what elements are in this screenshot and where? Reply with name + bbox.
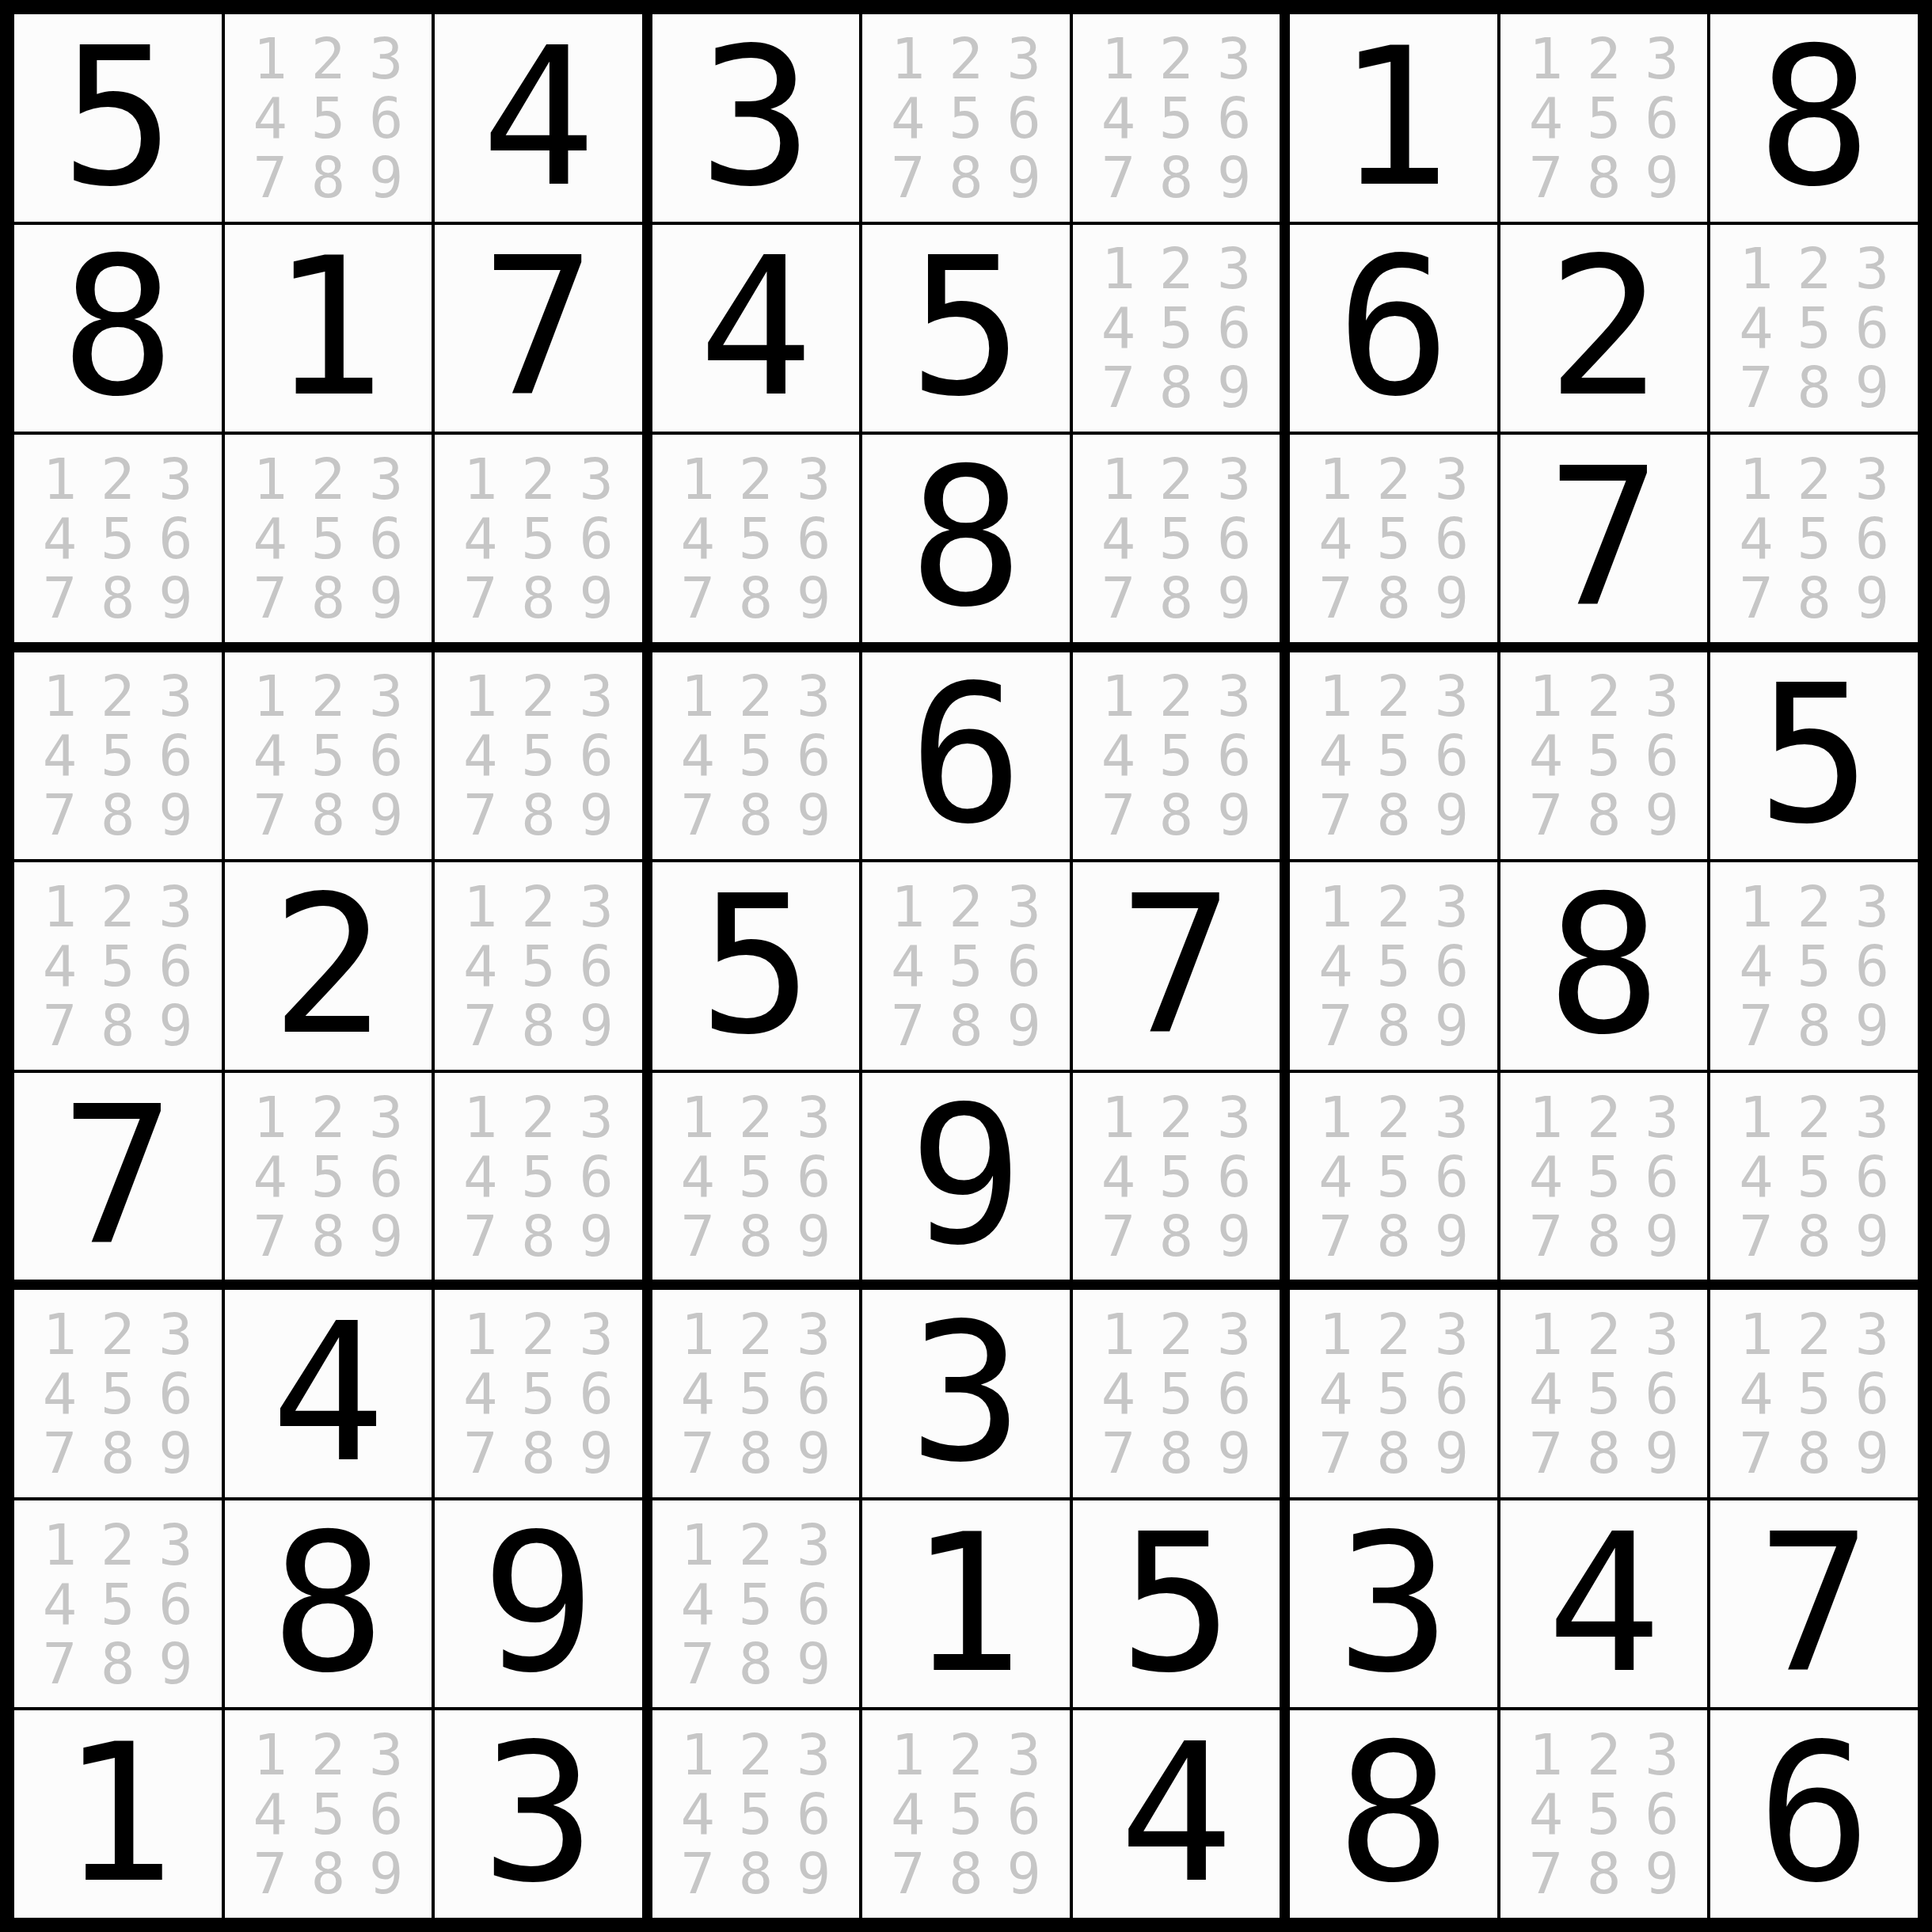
pencil-mark-2: 2 bbox=[727, 1515, 785, 1574]
cell-r6c1[interactable]: 7 bbox=[14, 1073, 222, 1280]
pencil-mark-9: 9 bbox=[785, 1424, 842, 1483]
given-digit: 5 bbox=[698, 871, 813, 1061]
pencil-marks: 123456789 bbox=[435, 1073, 642, 1280]
pencil-mark-2: 2 bbox=[299, 1725, 357, 1785]
pencil-mark-7: 7 bbox=[1517, 1206, 1575, 1265]
pencil-mark-9: 9 bbox=[1205, 358, 1263, 417]
pencil-mark-2: 2 bbox=[89, 1305, 146, 1364]
cell-r2c9[interactable]: 123456789 bbox=[1710, 225, 1918, 432]
pencil-marks: 123456789 bbox=[1073, 1073, 1280, 1280]
pencil-mark-4: 4 bbox=[669, 1785, 727, 1844]
pencil-marks: 123456789 bbox=[225, 652, 432, 860]
pencil-mark-4: 4 bbox=[1517, 1785, 1575, 1844]
pencil-mark-1: 1 bbox=[241, 667, 299, 726]
cell-r6c3[interactable]: 123456789 bbox=[435, 1073, 642, 1280]
pencil-mark-1: 1 bbox=[1727, 239, 1785, 299]
pencil-mark-3: 3 bbox=[995, 877, 1053, 937]
pencil-mark-1: 1 bbox=[1517, 667, 1575, 726]
cell-r6c4[interactable]: 123456789 bbox=[652, 1073, 860, 1280]
pencil-mark-4: 4 bbox=[1517, 88, 1575, 147]
pencil-mark-5: 5 bbox=[1575, 726, 1633, 785]
cell-r8c6[interactable]: 5 bbox=[1073, 1500, 1280, 1708]
pencil-mark-6: 6 bbox=[1633, 1364, 1690, 1424]
pencil-mark-4: 4 bbox=[241, 1785, 299, 1844]
cell-r5c6[interactable]: 7 bbox=[1073, 862, 1280, 1070]
pencil-mark-5: 5 bbox=[727, 1364, 785, 1424]
pencil-mark-1: 1 bbox=[1090, 239, 1147, 299]
pencil-mark-1: 1 bbox=[879, 1725, 937, 1785]
pencil-mark-2: 2 bbox=[89, 449, 146, 508]
given-digit: 2 bbox=[271, 871, 386, 1061]
pencil-mark-5: 5 bbox=[1147, 1147, 1205, 1206]
pencil-mark-6: 6 bbox=[357, 726, 415, 785]
pencil-mark-8: 8 bbox=[1147, 785, 1205, 845]
cell-r2c4[interactable]: 4 bbox=[652, 225, 860, 432]
cell-r6c9[interactable]: 123456789 bbox=[1710, 1073, 1918, 1280]
cell-r5c4[interactable]: 5 bbox=[652, 862, 860, 1070]
pencil-marks: 123456789 bbox=[1500, 1073, 1708, 1280]
pencil-mark-3: 3 bbox=[146, 449, 204, 508]
pencil-mark-2: 2 bbox=[299, 449, 357, 508]
pencil-mark-6: 6 bbox=[785, 726, 842, 785]
pencil-mark-9: 9 bbox=[1205, 147, 1263, 207]
pencil-mark-2: 2 bbox=[1575, 1305, 1633, 1364]
pencil-mark-3: 3 bbox=[357, 449, 415, 508]
pencil-mark-6: 6 bbox=[1843, 936, 1901, 995]
pencil-mark-1: 1 bbox=[31, 1305, 89, 1364]
pencil-mark-5: 5 bbox=[1147, 508, 1205, 568]
cell-r9c7[interactable]: 8 bbox=[1290, 1710, 1497, 1918]
pencil-mark-8: 8 bbox=[89, 785, 146, 845]
cell-r4c6[interactable]: 123456789 bbox=[1073, 652, 1280, 860]
pencil-mark-7: 7 bbox=[1517, 1844, 1575, 1903]
cell-r6c5[interactable]: 9 bbox=[862, 1073, 1070, 1280]
pencil-mark-6: 6 bbox=[357, 88, 415, 147]
pencil-mark-8: 8 bbox=[509, 785, 567, 845]
box-1-2: 3123456789123456789451234567891234567898… bbox=[652, 14, 1280, 642]
pencil-mark-4: 4 bbox=[1090, 726, 1147, 785]
cell-r8c9[interactable]: 7 bbox=[1710, 1500, 1918, 1708]
given-digit: 3 bbox=[909, 1299, 1024, 1489]
pencil-mark-5: 5 bbox=[299, 1147, 357, 1206]
pencil-mark-6: 6 bbox=[357, 1785, 415, 1844]
pencil-mark-7: 7 bbox=[451, 1206, 509, 1265]
pencil-marks: 123456789 bbox=[862, 14, 1070, 222]
pencil-marks: 123456789 bbox=[1290, 652, 1497, 860]
pencil-mark-8: 8 bbox=[937, 147, 995, 207]
given-digit: 1 bbox=[271, 233, 386, 423]
pencil-mark-1: 1 bbox=[669, 1087, 727, 1147]
cell-r3c4[interactable]: 123456789 bbox=[652, 435, 860, 642]
pencil-mark-4: 4 bbox=[241, 88, 299, 147]
pencil-mark-4: 4 bbox=[1306, 1364, 1364, 1424]
cell-r4c4[interactable]: 123456789 bbox=[652, 652, 860, 860]
cell-r4c8[interactable]: 123456789 bbox=[1500, 652, 1708, 860]
pencil-mark-3: 3 bbox=[785, 667, 842, 726]
pencil-mark-4: 4 bbox=[1090, 508, 1147, 568]
pencil-mark-4: 4 bbox=[241, 508, 299, 568]
pencil-mark-9: 9 bbox=[1423, 995, 1481, 1055]
cell-r1c2[interactable]: 123456789 bbox=[225, 14, 432, 222]
pencil-mark-9: 9 bbox=[357, 1844, 415, 1903]
cell-r1c1[interactable]: 5 bbox=[14, 14, 222, 222]
pencil-mark-5: 5 bbox=[299, 726, 357, 785]
cell-r7c7[interactable]: 123456789 bbox=[1290, 1290, 1497, 1497]
cell-r3c2[interactable]: 123456789 bbox=[225, 435, 432, 642]
cell-r4c1[interactable]: 123456789 bbox=[14, 652, 222, 860]
cell-r3c8[interactable]: 7 bbox=[1500, 435, 1708, 642]
cell-r5c7[interactable]: 123456789 bbox=[1290, 862, 1497, 1070]
pencil-mark-9: 9 bbox=[146, 568, 204, 627]
pencil-mark-8: 8 bbox=[727, 568, 785, 627]
pencil-mark-5: 5 bbox=[937, 88, 995, 147]
pencil-mark-1: 1 bbox=[451, 449, 509, 508]
pencil-mark-4: 4 bbox=[1090, 88, 1147, 147]
cell-r8c7[interactable]: 3 bbox=[1290, 1500, 1497, 1708]
pencil-marks: 123456789 bbox=[652, 1290, 860, 1497]
cell-r7c4[interactable]: 123456789 bbox=[652, 1290, 860, 1497]
pencil-mark-4: 4 bbox=[241, 1147, 299, 1206]
pencil-mark-2: 2 bbox=[509, 877, 567, 937]
pencil-mark-7: 7 bbox=[31, 1633, 89, 1693]
cell-r7c6[interactable]: 123456789 bbox=[1073, 1290, 1280, 1497]
pencil-mark-1: 1 bbox=[1517, 29, 1575, 88]
cell-r5c8[interactable]: 8 bbox=[1500, 862, 1708, 1070]
cell-r8c8[interactable]: 4 bbox=[1500, 1500, 1708, 1708]
pencil-mark-2: 2 bbox=[89, 667, 146, 726]
pencil-mark-6: 6 bbox=[1843, 508, 1901, 568]
cell-r3c7[interactable]: 123456789 bbox=[1290, 435, 1497, 642]
pencil-mark-6: 6 bbox=[1423, 508, 1481, 568]
pencil-mark-9: 9 bbox=[1633, 147, 1690, 207]
pencil-mark-3: 3 bbox=[785, 1725, 842, 1785]
cell-r8c1[interactable]: 123456789 bbox=[14, 1500, 222, 1708]
cell-r5c9[interactable]: 123456789 bbox=[1710, 862, 1918, 1070]
pencil-mark-7: 7 bbox=[1306, 1424, 1364, 1483]
pencil-mark-1: 1 bbox=[1306, 667, 1364, 726]
pencil-mark-5: 5 bbox=[1364, 508, 1422, 568]
cell-r1c3[interactable]: 4 bbox=[435, 14, 642, 222]
pencil-mark-7: 7 bbox=[879, 995, 937, 1055]
pencil-mark-3: 3 bbox=[1423, 449, 1481, 508]
pencil-mark-9: 9 bbox=[1633, 1424, 1690, 1483]
pencil-marks: 123456789 bbox=[435, 862, 642, 1070]
pencil-mark-4: 4 bbox=[1727, 508, 1785, 568]
pencil-mark-3: 3 bbox=[1843, 877, 1901, 937]
cell-r3c3[interactable]: 123456789 bbox=[435, 435, 642, 642]
cell-r5c1[interactable]: 123456789 bbox=[14, 862, 222, 1070]
pencil-mark-9: 9 bbox=[995, 995, 1053, 1055]
pencil-mark-8: 8 bbox=[1786, 568, 1843, 627]
pencil-mark-8: 8 bbox=[1147, 1206, 1205, 1265]
pencil-mark-9: 9 bbox=[357, 785, 415, 845]
pencil-mark-7: 7 bbox=[1727, 568, 1785, 627]
cell-r6c7[interactable]: 123456789 bbox=[1290, 1073, 1497, 1280]
cell-r9c3[interactable]: 3 bbox=[435, 1710, 642, 1918]
pencil-mark-4: 4 bbox=[1727, 299, 1785, 358]
cell-r4c9[interactable]: 5 bbox=[1710, 652, 1918, 860]
cell-r2c3[interactable]: 7 bbox=[435, 225, 642, 432]
pencil-mark-6: 6 bbox=[567, 1147, 625, 1206]
pencil-mark-6: 6 bbox=[1423, 936, 1481, 995]
pencil-mark-6: 6 bbox=[1205, 88, 1263, 147]
pencil-mark-8: 8 bbox=[1147, 568, 1205, 627]
cell-r7c9[interactable]: 123456789 bbox=[1710, 1290, 1918, 1497]
pencil-mark-2: 2 bbox=[1575, 667, 1633, 726]
pencil-mark-7: 7 bbox=[1090, 358, 1147, 417]
pencil-mark-6: 6 bbox=[146, 1364, 204, 1424]
pencil-mark-8: 8 bbox=[1364, 995, 1422, 1055]
cell-r1c4[interactable]: 3 bbox=[652, 14, 860, 222]
cell-r9c6[interactable]: 4 bbox=[1073, 1710, 1280, 1918]
cell-r9c8[interactable]: 123456789 bbox=[1500, 1710, 1708, 1918]
pencil-mark-2: 2 bbox=[937, 1725, 995, 1785]
given-digit: 8 bbox=[1546, 871, 1661, 1061]
pencil-mark-3: 3 bbox=[1843, 1305, 1901, 1364]
cell-r7c2[interactable]: 4 bbox=[225, 1290, 432, 1497]
cell-r7c8[interactable]: 123456789 bbox=[1500, 1290, 1708, 1497]
pencil-mark-9: 9 bbox=[785, 785, 842, 845]
pencil-mark-8: 8 bbox=[299, 1844, 357, 1903]
pencil-mark-5: 5 bbox=[299, 508, 357, 568]
pencil-mark-4: 4 bbox=[1306, 508, 1364, 568]
pencil-mark-1: 1 bbox=[1517, 1087, 1575, 1147]
box-2-2: 1234567896123456789512345678971234567899… bbox=[652, 652, 1280, 1280]
pencil-mark-3: 3 bbox=[567, 877, 625, 937]
pencil-mark-2: 2 bbox=[1575, 1087, 1633, 1147]
cell-r7c3[interactable]: 123456789 bbox=[435, 1290, 642, 1497]
pencil-mark-3: 3 bbox=[995, 1725, 1053, 1785]
cell-r1c7[interactable]: 1 bbox=[1290, 14, 1497, 222]
pencil-mark-6: 6 bbox=[1423, 726, 1481, 785]
pencil-mark-6: 6 bbox=[146, 1574, 204, 1633]
pencil-mark-1: 1 bbox=[451, 1087, 509, 1147]
pencil-mark-7: 7 bbox=[669, 1844, 727, 1903]
cell-r3c1[interactable]: 123456789 bbox=[14, 435, 222, 642]
pencil-mark-4: 4 bbox=[879, 1785, 937, 1844]
cell-r2c6[interactable]: 123456789 bbox=[1073, 225, 1280, 432]
cell-r9c5[interactable]: 123456789 bbox=[862, 1710, 1070, 1918]
cell-r6c8[interactable]: 123456789 bbox=[1500, 1073, 1708, 1280]
cell-r2c7[interactable]: 6 bbox=[1290, 225, 1497, 432]
given-digit: 8 bbox=[271, 1509, 386, 1699]
pencil-mark-9: 9 bbox=[1423, 1206, 1481, 1265]
pencil-mark-4: 4 bbox=[1306, 1147, 1364, 1206]
pencil-mark-1: 1 bbox=[669, 1515, 727, 1574]
pencil-marks: 123456789 bbox=[1073, 652, 1280, 860]
pencil-marks: 123456789 bbox=[652, 1500, 860, 1708]
pencil-mark-5: 5 bbox=[509, 936, 567, 995]
pencil-mark-7: 7 bbox=[1727, 995, 1785, 1055]
pencil-mark-3: 3 bbox=[995, 29, 1053, 88]
cell-r1c6[interactable]: 123456789 bbox=[1073, 14, 1280, 222]
pencil-mark-7: 7 bbox=[1517, 1424, 1575, 1483]
pencil-mark-7: 7 bbox=[31, 1424, 89, 1483]
given-digit: 8 bbox=[1757, 23, 1872, 213]
cell-r8c2[interactable]: 8 bbox=[225, 1500, 432, 1708]
pencil-mark-9: 9 bbox=[1843, 568, 1901, 627]
cell-r9c9[interactable]: 6 bbox=[1710, 1710, 1918, 1918]
pencil-mark-3: 3 bbox=[1205, 1305, 1263, 1364]
pencil-mark-2: 2 bbox=[1147, 1305, 1205, 1364]
pencil-mark-9: 9 bbox=[1633, 785, 1690, 845]
cell-r4c3[interactable]: 123456789 bbox=[435, 652, 642, 860]
pencil-mark-7: 7 bbox=[1727, 358, 1785, 417]
pencil-mark-2: 2 bbox=[1147, 449, 1205, 508]
pencil-mark-5: 5 bbox=[89, 726, 146, 785]
pencil-mark-8: 8 bbox=[937, 1844, 995, 1903]
pencil-marks: 123456789 bbox=[1710, 225, 1918, 432]
pencil-mark-3: 3 bbox=[1633, 1725, 1690, 1785]
pencil-marks: 123456789 bbox=[1710, 862, 1918, 1070]
pencil-mark-9: 9 bbox=[1633, 1844, 1690, 1903]
pencil-mark-3: 3 bbox=[1205, 667, 1263, 726]
given-digit: 6 bbox=[1337, 233, 1451, 423]
pencil-mark-5: 5 bbox=[727, 1147, 785, 1206]
pencil-mark-2: 2 bbox=[1147, 1087, 1205, 1147]
cell-r4c5[interactable]: 6 bbox=[862, 652, 1070, 860]
pencil-marks: 123456789 bbox=[14, 862, 222, 1070]
given-digit: 1 bbox=[909, 1509, 1024, 1699]
pencil-mark-9: 9 bbox=[785, 1844, 842, 1903]
cell-r2c5[interactable]: 5 bbox=[862, 225, 1070, 432]
pencil-marks: 123456789 bbox=[862, 1710, 1070, 1918]
pencil-mark-5: 5 bbox=[727, 1785, 785, 1844]
pencil-mark-1: 1 bbox=[1306, 449, 1364, 508]
pencil-mark-1: 1 bbox=[1727, 1305, 1785, 1364]
box-3-2: 1234567893123456789123456789151234567891… bbox=[652, 1290, 1280, 1918]
pencil-mark-5: 5 bbox=[1575, 1147, 1633, 1206]
cell-r9c4[interactable]: 123456789 bbox=[652, 1710, 860, 1918]
pencil-mark-1: 1 bbox=[31, 449, 89, 508]
pencil-mark-8: 8 bbox=[1147, 147, 1205, 207]
pencil-mark-2: 2 bbox=[509, 449, 567, 508]
pencil-mark-1: 1 bbox=[879, 877, 937, 937]
pencil-mark-7: 7 bbox=[451, 1424, 509, 1483]
pencil-mark-4: 4 bbox=[669, 1364, 727, 1424]
cell-r4c2[interactable]: 123456789 bbox=[225, 652, 432, 860]
pencil-mark-9: 9 bbox=[567, 785, 625, 845]
pencil-mark-9: 9 bbox=[1633, 1206, 1690, 1265]
pencil-mark-2: 2 bbox=[1575, 1725, 1633, 1785]
pencil-mark-8: 8 bbox=[1786, 1206, 1843, 1265]
pencil-mark-1: 1 bbox=[1517, 1725, 1575, 1785]
pencil-mark-7: 7 bbox=[1090, 568, 1147, 627]
cell-r5c3[interactable]: 123456789 bbox=[435, 862, 642, 1070]
pencil-mark-8: 8 bbox=[89, 995, 146, 1055]
pencil-mark-5: 5 bbox=[1786, 1364, 1843, 1424]
cell-r3c5[interactable]: 8 bbox=[862, 435, 1070, 642]
cell-r6c6[interactable]: 123456789 bbox=[1073, 1073, 1280, 1280]
pencil-mark-6: 6 bbox=[567, 508, 625, 568]
cell-r7c5[interactable]: 3 bbox=[862, 1290, 1070, 1497]
pencil-mark-3: 3 bbox=[1423, 877, 1481, 937]
cell-r9c2[interactable]: 123456789 bbox=[225, 1710, 432, 1918]
pencil-mark-1: 1 bbox=[669, 1305, 727, 1364]
pencil-mark-7: 7 bbox=[31, 995, 89, 1055]
pencil-marks: 123456789 bbox=[435, 652, 642, 860]
cell-r5c5[interactable]: 123456789 bbox=[862, 862, 1070, 1070]
pencil-mark-9: 9 bbox=[357, 568, 415, 627]
pencil-mark-9: 9 bbox=[785, 1206, 842, 1265]
pencil-mark-8: 8 bbox=[1364, 1206, 1422, 1265]
pencil-mark-4: 4 bbox=[31, 1364, 89, 1424]
cell-r8c4[interactable]: 123456789 bbox=[652, 1500, 860, 1708]
pencil-marks: 123456789 bbox=[14, 1290, 222, 1497]
cell-r5c2[interactable]: 2 bbox=[225, 862, 432, 1070]
box-1-3: 1123456789862123456789123456789712345678… bbox=[1290, 14, 1918, 642]
pencil-mark-4: 4 bbox=[451, 726, 509, 785]
pencil-mark-1: 1 bbox=[669, 667, 727, 726]
pencil-mark-3: 3 bbox=[567, 1087, 625, 1147]
pencil-mark-2: 2 bbox=[727, 1725, 785, 1785]
pencil-mark-9: 9 bbox=[785, 1633, 842, 1693]
given-digit: 5 bbox=[61, 23, 176, 213]
pencil-mark-4: 4 bbox=[1517, 1147, 1575, 1206]
pencil-mark-6: 6 bbox=[146, 726, 204, 785]
pencil-mark-8: 8 bbox=[1786, 1424, 1843, 1483]
cell-r2c2[interactable]: 1 bbox=[225, 225, 432, 432]
cell-r2c1[interactable]: 8 bbox=[14, 225, 222, 432]
pencil-mark-5: 5 bbox=[1364, 1147, 1422, 1206]
cell-r1c5[interactable]: 123456789 bbox=[862, 14, 1070, 222]
cell-r4c7[interactable]: 123456789 bbox=[1290, 652, 1497, 860]
pencil-mark-5: 5 bbox=[299, 88, 357, 147]
pencil-mark-8: 8 bbox=[1575, 1424, 1633, 1483]
cell-r2c8[interactable]: 2 bbox=[1500, 225, 1708, 432]
pencil-marks: 123456789 bbox=[1073, 14, 1280, 222]
cell-r3c6[interactable]: 123456789 bbox=[1073, 435, 1280, 642]
pencil-mark-1: 1 bbox=[879, 29, 937, 88]
pencil-marks: 123456789 bbox=[14, 1500, 222, 1708]
pencil-mark-5: 5 bbox=[937, 1785, 995, 1844]
pencil-mark-8: 8 bbox=[937, 995, 995, 1055]
pencil-mark-5: 5 bbox=[1364, 936, 1422, 995]
cell-r7c1[interactable]: 123456789 bbox=[14, 1290, 222, 1497]
pencil-mark-3: 3 bbox=[1843, 449, 1901, 508]
cell-r6c2[interactable]: 123456789 bbox=[225, 1073, 432, 1280]
pencil-mark-9: 9 bbox=[567, 995, 625, 1055]
pencil-mark-6: 6 bbox=[785, 508, 842, 568]
pencil-marks: 123456789 bbox=[652, 435, 860, 642]
given-digit: 8 bbox=[909, 443, 1024, 633]
pencil-mark-5: 5 bbox=[89, 936, 146, 995]
pencil-mark-3: 3 bbox=[357, 1725, 415, 1785]
pencil-mark-5: 5 bbox=[727, 508, 785, 568]
box-3-3: 1234567891234567891234567893478123456789… bbox=[1290, 1290, 1918, 1918]
pencil-mark-4: 4 bbox=[1090, 1147, 1147, 1206]
pencil-mark-7: 7 bbox=[1306, 785, 1364, 845]
cell-r3c9[interactable]: 123456789 bbox=[1710, 435, 1918, 642]
cell-r9c1[interactable]: 1 bbox=[14, 1710, 222, 1918]
cell-r1c8[interactable]: 123456789 bbox=[1500, 14, 1708, 222]
cell-r1c9[interactable]: 8 bbox=[1710, 14, 1918, 222]
pencil-mark-7: 7 bbox=[241, 147, 299, 207]
pencil-marks: 123456789 bbox=[225, 14, 432, 222]
pencil-mark-2: 2 bbox=[1364, 1305, 1422, 1364]
pencil-mark-7: 7 bbox=[1306, 568, 1364, 627]
box-1-1: 5123456789481712345678912345678912345678… bbox=[14, 14, 642, 642]
given-digit: 4 bbox=[1119, 1719, 1234, 1909]
pencil-mark-6: 6 bbox=[567, 936, 625, 995]
cell-r8c5[interactable]: 1 bbox=[862, 1500, 1070, 1708]
pencil-mark-4: 4 bbox=[669, 726, 727, 785]
pencil-mark-2: 2 bbox=[1147, 29, 1205, 88]
cell-r8c3[interactable]: 9 bbox=[435, 1500, 642, 1708]
pencil-mark-9: 9 bbox=[1843, 358, 1901, 417]
pencil-mark-5: 5 bbox=[1364, 726, 1422, 785]
pencil-mark-6: 6 bbox=[1205, 726, 1263, 785]
